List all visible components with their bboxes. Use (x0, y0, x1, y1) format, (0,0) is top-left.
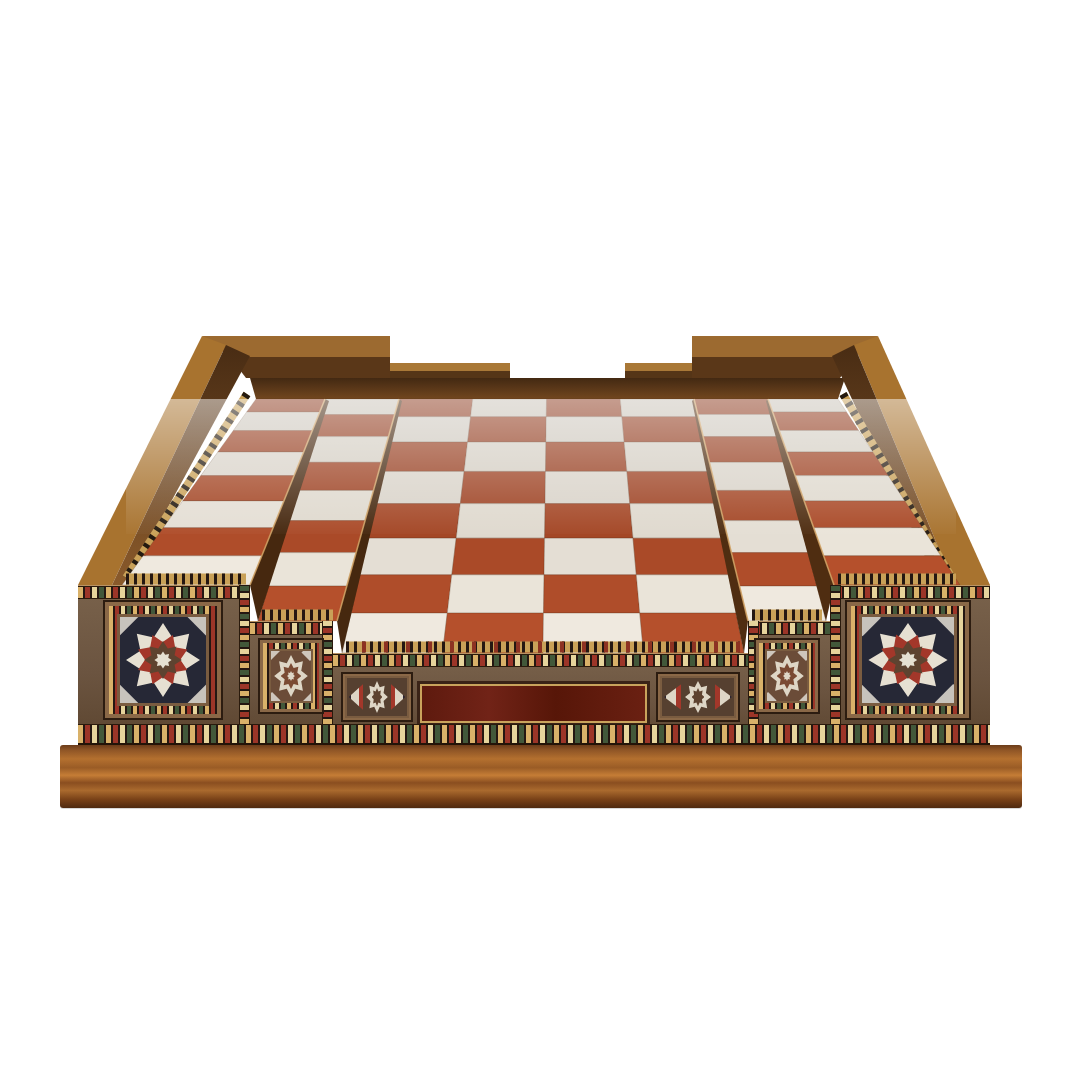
square-e3 (544, 538, 636, 575)
star-icon (783, 671, 791, 681)
back-rim-left-top (390, 363, 510, 371)
mosaic-band (333, 654, 748, 667)
square-g2 (731, 553, 817, 587)
square-d3 (452, 538, 545, 575)
step-mosaic-band (239, 585, 250, 724)
square-f2 (636, 575, 736, 613)
star-and-cones-panel-left (341, 672, 413, 722)
cone-icon (391, 684, 405, 710)
star-and-cones-panel-right (656, 672, 740, 722)
large-star-medallion-right (845, 600, 971, 720)
corner-triangle-icon (797, 651, 807, 661)
star-icon (287, 671, 295, 681)
star-tile (767, 651, 807, 701)
back-wall-left-face (230, 357, 390, 378)
corner-triangle-icon (301, 691, 311, 701)
mosaic-band (78, 586, 250, 599)
star-icon (899, 651, 917, 668)
medallion-tile (120, 617, 206, 703)
corner-triangle-icon (271, 691, 281, 701)
star-icon (154, 651, 171, 668)
back-gutter (250, 378, 845, 399)
corner-triangle-icon (188, 685, 206, 703)
back-wall-right-face (692, 357, 854, 378)
mosaic-band (830, 586, 990, 599)
corner-triangle-icon (120, 685, 138, 703)
star-tile (271, 651, 311, 701)
base-plinth (60, 745, 1022, 808)
square-e2 (544, 575, 640, 613)
cones-tile (347, 678, 407, 716)
square-c3 (360, 538, 457, 575)
square-f3 (633, 538, 729, 575)
back-rim-left-face (390, 371, 510, 378)
star-icon (692, 688, 705, 706)
step-mosaic-band (830, 585, 841, 724)
corner-triangle-icon (767, 691, 777, 701)
red-wood-plaque (417, 681, 650, 726)
mosaic-band (748, 622, 830, 635)
corner-triangle-icon (797, 691, 807, 701)
square-c2 (351, 575, 452, 613)
cone-icon (349, 684, 363, 710)
square-b2 (269, 553, 357, 587)
corner-triangle-icon (120, 617, 138, 635)
medallion-tile (862, 617, 954, 703)
small-star-panel-left (258, 638, 324, 714)
cone-icon (664, 684, 681, 710)
small-star-panel-right (754, 638, 820, 714)
mosaic-band (250, 622, 333, 635)
back-rim-right-face (625, 371, 692, 378)
corner-triangle-icon (767, 651, 777, 661)
corner-triangle-icon (188, 617, 206, 635)
corner-triangle-icon (301, 651, 311, 661)
cones-tile (662, 678, 734, 716)
bottom-mosaic-band (78, 724, 990, 745)
large-star-medallion-left (103, 600, 223, 720)
back-rim-right-top (625, 363, 692, 371)
corner-triangle-icon (935, 684, 954, 703)
plaque-inner (420, 684, 647, 723)
star-icon (372, 688, 383, 706)
corner-triangle-icon (271, 651, 281, 661)
corner-triangle-icon (935, 617, 954, 636)
cone-icon (715, 684, 732, 710)
gloss-glare (126, 399, 956, 534)
square-d2 (447, 575, 544, 613)
corner-triangle-icon (862, 617, 881, 636)
corner-triangle-icon (862, 684, 881, 703)
product-photo-stage (0, 0, 1080, 1080)
chessboard-tray (0, 0, 1080, 1080)
